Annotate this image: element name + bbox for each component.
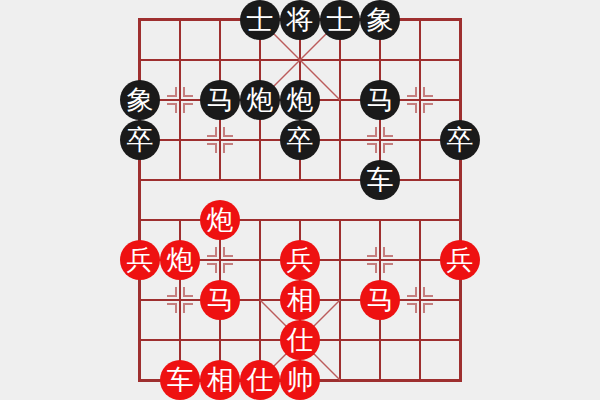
piece-black-elephant[interactable]: 象 (360, 0, 400, 40)
piece-red-elephant[interactable]: 相 (280, 280, 320, 320)
piece-black-cannon[interactable]: 炮 (240, 80, 280, 120)
piece-red-cannon[interactable]: 炮 (200, 200, 240, 240)
piece-red-soldier[interactable]: 兵 (440, 240, 480, 280)
piece-black-general[interactable]: 将 (280, 0, 320, 40)
point-c2-r9[interactable]: 相 (200, 360, 240, 400)
point-c5-r6[interactable] (320, 240, 360, 280)
piece-red-elephant[interactable]: 相 (200, 360, 240, 400)
point-c2-r5[interactable]: 炮 (200, 200, 240, 240)
board-grid: 士将士象象马炮炮马卒卒卒车炮兵炮兵兵马相马仕车相仕帅 (120, 0, 480, 400)
point-c8-r7[interactable] (440, 280, 480, 320)
point-c5-r8[interactable] (320, 320, 360, 360)
point-c6-r3[interactable] (360, 120, 400, 160)
piece-red-soldier[interactable]: 兵 (280, 240, 320, 280)
point-c1-r8[interactable] (160, 320, 200, 360)
xiangqi-board-screen: 士将士象象马炮炮马卒卒卒车炮兵炮兵兵马相马仕车相仕帅 (0, 0, 600, 400)
piece-black-cannon[interactable]: 炮 (280, 80, 320, 120)
piece-red-general[interactable]: 帅 (280, 360, 320, 400)
point-c6-r6[interactable] (360, 240, 400, 280)
point-c7-r8[interactable] (400, 320, 440, 360)
point-c6-r7[interactable]: 马 (360, 280, 400, 320)
piece-black-horse[interactable]: 马 (360, 80, 400, 120)
point-c4-r5[interactable] (280, 200, 320, 240)
point-c2-r8[interactable] (200, 320, 240, 360)
point-c6-r0[interactable]: 象 (360, 0, 400, 40)
point-c5-r4[interactable] (320, 160, 360, 200)
point-c6-r5[interactable] (360, 200, 400, 240)
point-c8-r3[interactable]: 卒 (440, 120, 480, 160)
point-c0-r1[interactable] (120, 40, 160, 80)
point-c5-r5[interactable] (320, 200, 360, 240)
point-c0-r9[interactable] (120, 360, 160, 400)
point-c1-r5[interactable] (160, 200, 200, 240)
piece-black-advisor[interactable]: 士 (240, 0, 280, 40)
point-c1-r4[interactable] (160, 160, 200, 200)
piece-black-elephant[interactable]: 象 (120, 80, 160, 120)
point-c8-r4[interactable] (440, 160, 480, 200)
point-c8-r5[interactable] (440, 200, 480, 240)
point-c7-r5[interactable] (400, 200, 440, 240)
point-c8-r8[interactable] (440, 320, 480, 360)
point-c8-r9[interactable] (440, 360, 480, 400)
point-c5-r1[interactable] (320, 40, 360, 80)
point-c3-r1[interactable] (240, 40, 280, 80)
point-c8-r2[interactable] (440, 80, 480, 120)
point-c8-r6[interactable]: 兵 (440, 240, 480, 280)
piece-black-horse[interactable]: 马 (200, 80, 240, 120)
point-c0-r5[interactable] (120, 200, 160, 240)
point-c1-r0[interactable] (160, 0, 200, 40)
point-c4-r0[interactable]: 将 (280, 0, 320, 40)
point-c1-r9[interactable]: 车 (160, 360, 200, 400)
point-c3-r3[interactable] (240, 120, 280, 160)
point-c4-r9[interactable]: 帅 (280, 360, 320, 400)
point-c7-r4[interactable] (400, 160, 440, 200)
piece-red-soldier[interactable]: 兵 (120, 240, 160, 280)
point-c2-r1[interactable] (200, 40, 240, 80)
piece-black-soldier[interactable]: 卒 (120, 120, 160, 160)
point-c0-r6[interactable]: 兵 (120, 240, 160, 280)
point-c6-r8[interactable] (360, 320, 400, 360)
point-c1-r7[interactable] (160, 280, 200, 320)
point-c0-r4[interactable] (120, 160, 160, 200)
point-c7-r2[interactable] (400, 80, 440, 120)
point-c3-r4[interactable] (240, 160, 280, 200)
piece-red-horse[interactable]: 马 (200, 280, 240, 320)
point-c1-r1[interactable] (160, 40, 200, 80)
point-c8-r1[interactable] (440, 40, 480, 80)
point-c2-r3[interactable] (200, 120, 240, 160)
point-c2-r2[interactable]: 马 (200, 80, 240, 120)
point-c1-r3[interactable] (160, 120, 200, 160)
point-c3-r9[interactable]: 仕 (240, 360, 280, 400)
piece-red-cannon[interactable]: 炮 (160, 240, 200, 280)
point-c1-r2[interactable] (160, 80, 200, 120)
point-c5-r9[interactable] (320, 360, 360, 400)
piece-black-advisor[interactable]: 士 (320, 0, 360, 40)
point-c7-r9[interactable] (400, 360, 440, 400)
point-c7-r3[interactable] (400, 120, 440, 160)
point-c5-r7[interactable] (320, 280, 360, 320)
point-c3-r0[interactable]: 士 (240, 0, 280, 40)
piece-red-horse[interactable]: 马 (360, 280, 400, 320)
point-c3-r7[interactable] (240, 280, 280, 320)
point-c4-r7[interactable]: 相 (280, 280, 320, 320)
piece-red-advisor[interactable]: 仕 (240, 360, 280, 400)
point-c5-r2[interactable] (320, 80, 360, 120)
point-c4-r4[interactable] (280, 160, 320, 200)
piece-black-soldier[interactable]: 卒 (280, 120, 320, 160)
piece-black-soldier[interactable]: 卒 (440, 120, 480, 160)
point-c1-r6[interactable]: 炮 (160, 240, 200, 280)
point-c4-r3[interactable]: 卒 (280, 120, 320, 160)
point-c2-r6[interactable] (200, 240, 240, 280)
point-c0-r3[interactable]: 卒 (120, 120, 160, 160)
point-c7-r1[interactable] (400, 40, 440, 80)
point-c7-r0[interactable] (400, 0, 440, 40)
point-c4-r1[interactable] (280, 40, 320, 80)
point-c6-r1[interactable] (360, 40, 400, 80)
point-c5-r3[interactable] (320, 120, 360, 160)
point-c3-r6[interactable] (240, 240, 280, 280)
point-c3-r2[interactable]: 炮 (240, 80, 280, 120)
point-c6-r2[interactable]: 马 (360, 80, 400, 120)
point-c2-r4[interactable] (200, 160, 240, 200)
point-c0-r8[interactable] (120, 320, 160, 360)
piece-red-advisor[interactable]: 仕 (280, 320, 320, 360)
point-c2-r0[interactable] (200, 0, 240, 40)
point-c3-r8[interactable] (240, 320, 280, 360)
piece-black-chariot[interactable]: 车 (360, 160, 400, 200)
point-c4-r8[interactable]: 仕 (280, 320, 320, 360)
point-c6-r4[interactable]: 车 (360, 160, 400, 200)
piece-red-chariot[interactable]: 车 (160, 360, 200, 400)
point-c7-r6[interactable] (400, 240, 440, 280)
point-c3-r5[interactable] (240, 200, 280, 240)
point-c0-r7[interactable] (120, 280, 160, 320)
point-c0-r2[interactable]: 象 (120, 80, 160, 120)
point-c8-r0[interactable] (440, 0, 480, 40)
point-c7-r7[interactable] (400, 280, 440, 320)
point-c6-r9[interactable] (360, 360, 400, 400)
point-c4-r2[interactable]: 炮 (280, 80, 320, 120)
point-c4-r6[interactable]: 兵 (280, 240, 320, 280)
point-c5-r0[interactable]: 士 (320, 0, 360, 40)
point-c0-r0[interactable] (120, 0, 160, 40)
point-c2-r7[interactable]: 马 (200, 280, 240, 320)
